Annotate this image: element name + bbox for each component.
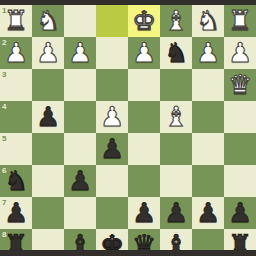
square-c6[interactable] — [160, 165, 192, 197]
square-e4[interactable]: ♟ — [96, 101, 128, 133]
white-knight[interactable]: ♞ — [32, 5, 64, 37]
square-c3[interactable] — [160, 69, 192, 101]
square-f7[interactable] — [64, 197, 96, 229]
black-pawn[interactable]: ♟ — [192, 197, 224, 229]
square-g7[interactable] — [32, 197, 64, 229]
black-pawn[interactable]: ♟ — [0, 197, 32, 229]
square-b7[interactable]: ♟ — [192, 197, 224, 229]
square-f4[interactable] — [64, 101, 96, 133]
square-g2[interactable]: ♟ — [32, 37, 64, 69]
square-b6[interactable] — [192, 165, 224, 197]
rank-label-3: 3 — [2, 70, 6, 79]
white-knight[interactable]: ♞ — [192, 5, 224, 37]
square-g5[interactable] — [32, 133, 64, 165]
square-f5[interactable] — [64, 133, 96, 165]
square-a3[interactable]: ♛ — [224, 69, 256, 101]
white-pawn[interactable]: ♟ — [64, 37, 96, 69]
white-pawn[interactable]: ♟ — [224, 37, 256, 69]
square-d4[interactable] — [128, 101, 160, 133]
square-g6[interactable] — [32, 165, 64, 197]
square-a6[interactable] — [224, 165, 256, 197]
square-f1[interactable] — [64, 5, 96, 37]
square-a4[interactable] — [224, 101, 256, 133]
square-e7[interactable] — [96, 197, 128, 229]
square-d3[interactable] — [128, 69, 160, 101]
square-b4[interactable] — [192, 101, 224, 133]
black-pawn[interactable]: ♟ — [64, 165, 96, 197]
white-king[interactable]: ♚ — [128, 5, 160, 37]
square-h3[interactable]: 3 — [0, 69, 32, 101]
black-knight[interactable]: ♞ — [0, 165, 32, 197]
square-a5[interactable] — [224, 133, 256, 165]
square-d7[interactable]: ♟ — [128, 197, 160, 229]
square-e6[interactable] — [96, 165, 128, 197]
square-d5[interactable] — [128, 133, 160, 165]
white-bishop[interactable]: ♝ — [160, 101, 192, 133]
square-g3[interactable] — [32, 69, 64, 101]
square-a1[interactable]: ♜ — [224, 5, 256, 37]
square-h2[interactable]: 2♟ — [0, 37, 32, 69]
square-d6[interactable] — [128, 165, 160, 197]
white-rook[interactable]: ♜ — [224, 5, 256, 37]
white-rook[interactable]: ♜ — [0, 5, 32, 37]
square-h7[interactable]: 7♟ — [0, 197, 32, 229]
white-pawn[interactable]: ♟ — [128, 37, 160, 69]
square-e5[interactable]: ♟ — [96, 133, 128, 165]
square-e2[interactable] — [96, 37, 128, 69]
square-f3[interactable] — [64, 69, 96, 101]
square-e3[interactable] — [96, 69, 128, 101]
square-e1[interactable] — [96, 5, 128, 37]
black-pawn[interactable]: ♟ — [224, 197, 256, 229]
square-f2[interactable]: ♟ — [64, 37, 96, 69]
white-pawn[interactable]: ♟ — [192, 37, 224, 69]
square-h5[interactable]: 5 — [0, 133, 32, 165]
square-h4[interactable]: 4 — [0, 101, 32, 133]
square-a2[interactable]: ♟ — [224, 37, 256, 69]
white-pawn[interactable]: ♟ — [0, 37, 32, 69]
square-c5[interactable] — [160, 133, 192, 165]
rank-label-4: 4 — [2, 102, 6, 111]
black-pawn[interactable]: ♟ — [96, 133, 128, 165]
chess-board[interactable]: 1♜♞♚♝♞♜2♟♟♟♟♞♟♟3♛4♟♟♝5♟6♞♟7♟♟♟♟♟8♜♝♚♛♝♜ — [0, 5, 256, 256]
square-g1[interactable]: ♞ — [32, 5, 64, 37]
rank-label-5: 5 — [2, 134, 6, 143]
black-pawn[interactable]: ♟ — [32, 101, 64, 133]
white-queen[interactable]: ♛ — [224, 69, 256, 101]
top-background-strip — [0, 0, 256, 5]
black-pawn[interactable]: ♟ — [128, 197, 160, 229]
square-c1[interactable]: ♝ — [160, 5, 192, 37]
square-d1[interactable]: ♚ — [128, 5, 160, 37]
square-b3[interactable] — [192, 69, 224, 101]
square-c4[interactable]: ♝ — [160, 101, 192, 133]
chess-app-screen: 1♜♞♚♝♞♜2♟♟♟♟♞♟♟3♛4♟♟♝5♟6♞♟7♟♟♟♟♟8♜♝♚♛♝♜ — [0, 0, 256, 256]
white-bishop[interactable]: ♝ — [160, 5, 192, 37]
square-g4[interactable]: ♟ — [32, 101, 64, 133]
square-b5[interactable] — [192, 133, 224, 165]
black-pawn[interactable]: ♟ — [160, 197, 192, 229]
white-pawn[interactable]: ♟ — [96, 101, 128, 133]
square-c2[interactable]: ♞ — [160, 37, 192, 69]
square-h6[interactable]: 6♞ — [0, 165, 32, 197]
square-b2[interactable]: ♟ — [192, 37, 224, 69]
square-b1[interactable]: ♞ — [192, 5, 224, 37]
square-h1[interactable]: 1♜ — [0, 5, 32, 37]
square-a7[interactable]: ♟ — [224, 197, 256, 229]
square-d2[interactable]: ♟ — [128, 37, 160, 69]
white-pawn[interactable]: ♟ — [32, 37, 64, 69]
black-knight[interactable]: ♞ — [160, 37, 192, 69]
bottom-background-strip — [0, 250, 256, 256]
square-f6[interactable]: ♟ — [64, 165, 96, 197]
square-c7[interactable]: ♟ — [160, 197, 192, 229]
